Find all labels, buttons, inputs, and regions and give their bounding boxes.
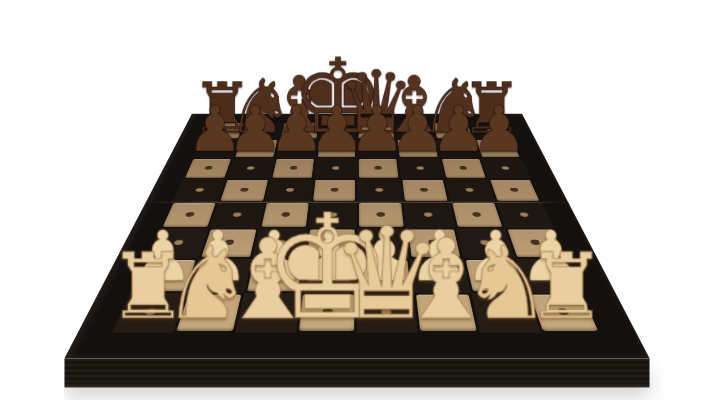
photo-background: ♜♞♝♚♛♝♞♜♟♟♟♟♟♟♟♟♟♟♟♟♟♟♟♟♜♞♝♚♛♝♞♜ xyxy=(0,0,711,400)
board-scene: ♜♞♝♚♛♝♞♜♟♟♟♟♟♟♟♟♟♟♟♟♟♟♟♟♜♞♝♚♛♝♞♜ xyxy=(146,0,568,400)
square-c6[interactable] xyxy=(270,158,316,179)
peg-hole xyxy=(195,188,204,192)
peg-hole xyxy=(420,188,428,192)
square-e6[interactable] xyxy=(357,158,401,179)
board-front-edge xyxy=(64,358,649,387)
peg-hole xyxy=(332,166,340,170)
peg-hole xyxy=(247,166,255,170)
peg-hole xyxy=(509,188,518,192)
square-d6[interactable] xyxy=(313,158,357,179)
piece-black-pawn[interactable]: ♟ xyxy=(471,97,528,160)
peg-hole xyxy=(465,188,474,192)
square-h6[interactable] xyxy=(481,158,532,179)
peg-hole xyxy=(417,166,425,170)
chess-board[interactable]: ♜♞♝♚♛♝♞♜♟♟♟♟♟♟♟♟♟♟♟♟♟♟♟♟♜♞♝♚♛♝♞♜ xyxy=(64,114,649,358)
square-g5[interactable] xyxy=(444,179,496,202)
square-a6[interactable] xyxy=(183,158,234,179)
piece-white-rook[interactable]: ♜ xyxy=(526,242,607,332)
square-g6[interactable] xyxy=(439,158,487,179)
square-f5[interactable] xyxy=(401,179,450,202)
peg-hole xyxy=(240,188,249,192)
square-f6[interactable] xyxy=(398,158,444,179)
peg-hole xyxy=(374,166,382,170)
square-a5[interactable] xyxy=(172,179,226,202)
square-h7[interactable]: ♟ xyxy=(474,139,522,158)
square-h1[interactable]: ♜ xyxy=(527,293,602,333)
square-b6[interactable] xyxy=(226,158,274,179)
square-h5[interactable] xyxy=(488,179,542,202)
peg-hole xyxy=(501,166,510,170)
peg-hole xyxy=(459,166,467,170)
